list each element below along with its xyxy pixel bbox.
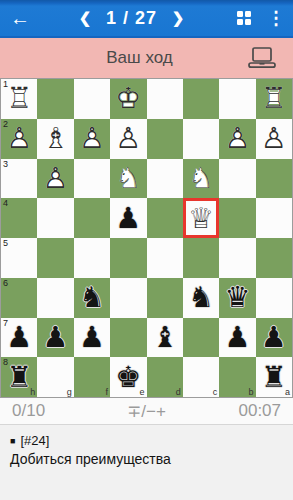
square-e8[interactable]: e♚ — [110, 357, 146, 397]
piece-bN: ♞ — [183, 278, 219, 318]
square-g7[interactable]: ♟ — [37, 318, 73, 358]
square-e6[interactable] — [110, 278, 146, 318]
square-a6[interactable] — [256, 278, 292, 318]
square-g3[interactable]: ♟♙ — [37, 159, 73, 199]
square-b8[interactable]: b — [219, 357, 255, 397]
piece-wP: ♟♙ — [256, 119, 292, 159]
square-g4[interactable] — [37, 198, 73, 238]
piece-bP: ♟ — [256, 318, 292, 358]
square-a3[interactable] — [256, 159, 292, 199]
square-c7[interactable] — [183, 318, 219, 358]
square-b1[interactable] — [219, 79, 255, 119]
piece-bP: ♟ — [110, 198, 146, 238]
back-arrow-icon[interactable]: ← — [0, 0, 40, 36]
square-e1[interactable]: ♚♔ — [110, 79, 146, 119]
square-f1[interactable] — [74, 79, 110, 119]
square-b3[interactable] — [219, 159, 255, 199]
square-g6[interactable] — [37, 278, 73, 318]
piece-bN: ♞ — [74, 278, 110, 318]
file-label: d — [176, 387, 181, 397]
square-a8[interactable]: a♜ — [256, 357, 292, 397]
square-g8[interactable]: g — [37, 357, 73, 397]
puzzle-counter: 1 / 27 — [106, 8, 157, 29]
file-label: e — [139, 387, 144, 397]
rank-label: 3 — [3, 159, 8, 169]
square-d1[interactable] — [147, 79, 183, 119]
move-status-banner: Ваш ход — [0, 38, 293, 78]
piece-wP: ♟♙ — [37, 159, 73, 199]
piece-wP: ♟♙ — [219, 119, 255, 159]
square-h2[interactable]: 2♟♙ — [1, 119, 37, 159]
piece-bP: ♟ — [74, 318, 110, 358]
piece-wN: ♞♘ — [110, 159, 146, 199]
laptop-icon — [247, 46, 277, 70]
piece-bB: ♝ — [147, 318, 183, 358]
square-a7[interactable]: ♟ — [256, 318, 292, 358]
rank-label: 2 — [3, 119, 8, 129]
square-f2[interactable]: ♟♙ — [74, 119, 110, 159]
square-g1[interactable] — [37, 79, 73, 119]
evaluation-goal: ∓/−+ — [102, 401, 192, 422]
square-e4[interactable]: ♟ — [110, 198, 146, 238]
rank-label: 1 — [3, 79, 8, 89]
square-a2[interactable]: ♟♙ — [256, 119, 292, 159]
square-b4[interactable] — [219, 198, 255, 238]
file-label: g — [67, 387, 72, 397]
chess-board: 1♜♖♚♔♜♖2♟♙♝♗♟♙♟♙♟♙♟♙3♟♙♞♘♞♘4♟♛♕56♞♞♛7♟♟♟… — [0, 78, 293, 398]
square-f6[interactable]: ♞ — [74, 278, 110, 318]
square-g2[interactable]: ♝♗ — [37, 119, 73, 159]
piece-wQ: ♛♕ — [183, 198, 219, 238]
square-h3[interactable]: 3 — [1, 159, 37, 199]
bullet-icon: ■ — [10, 436, 15, 446]
piece-wB: ♝♗ — [37, 119, 73, 159]
square-h6[interactable]: 6 — [1, 278, 37, 318]
rank-label: 4 — [3, 198, 8, 208]
square-b7[interactable]: ♟ — [219, 318, 255, 358]
square-c4[interactable]: ♛♕ — [183, 198, 219, 238]
rank-label: 6 — [3, 278, 8, 288]
exercise-info: ■ [#24] Добиться преимущества — [0, 425, 293, 500]
piece-wP: ♟♙ — [110, 119, 146, 159]
square-d3[interactable] — [147, 159, 183, 199]
square-g5[interactable] — [37, 238, 73, 278]
piece-wN: ♞♘ — [183, 159, 219, 199]
square-c1[interactable] — [183, 79, 219, 119]
square-e5[interactable] — [110, 238, 146, 278]
square-d2[interactable] — [147, 119, 183, 159]
square-d8[interactable]: d — [147, 357, 183, 397]
square-c2[interactable] — [183, 119, 219, 159]
square-h4[interactable]: 4 — [1, 198, 37, 238]
prev-puzzle-button[interactable]: ❮ — [74, 3, 96, 33]
square-c6[interactable]: ♞ — [183, 278, 219, 318]
computer-opponent-button[interactable] — [245, 44, 279, 72]
square-h1[interactable]: 1♜♖ — [1, 79, 37, 119]
square-a4[interactable] — [256, 198, 292, 238]
square-d4[interactable] — [147, 198, 183, 238]
square-e7[interactable] — [110, 318, 146, 358]
square-h7[interactable]: 7♟ — [1, 318, 37, 358]
next-puzzle-button[interactable]: ❯ — [167, 3, 189, 33]
square-f3[interactable] — [74, 159, 110, 199]
piece-wP: ♟♙ — [74, 119, 110, 159]
file-label: c — [213, 387, 218, 397]
exercise-task: Добиться преимущества — [10, 451, 283, 467]
exercise-id: [#24] — [20, 433, 49, 448]
square-c3[interactable]: ♞♘ — [183, 159, 219, 199]
square-b2[interactable]: ♟♙ — [219, 119, 255, 159]
square-d5[interactable] — [147, 238, 183, 278]
rank-label: 5 — [3, 238, 8, 248]
square-d7[interactable]: ♝ — [147, 318, 183, 358]
timer: 00:07 — [191, 401, 281, 421]
top-toolbar: ← ❮ 1 / 27 ❯ ⋮ — [0, 0, 293, 38]
square-e3[interactable]: ♞♘ — [110, 159, 146, 199]
piece-wR: ♜♖ — [256, 79, 292, 119]
file-label: b — [249, 387, 254, 397]
square-c5[interactable] — [183, 238, 219, 278]
square-c8[interactable]: c — [183, 357, 219, 397]
square-f4[interactable] — [74, 198, 110, 238]
rank-label: 8 — [3, 357, 8, 367]
move-status-text: Ваш ход — [0, 48, 245, 68]
file-label: a — [285, 387, 290, 397]
overflow-menu-button[interactable]: ⋮ — [261, 1, 291, 35]
square-a1[interactable]: ♜♖ — [256, 79, 292, 119]
square-f8[interactable]: f — [74, 357, 110, 397]
grid-view-button[interactable] — [227, 1, 261, 35]
square-b5[interactable] — [219, 238, 255, 278]
square-e2[interactable]: ♟♙ — [110, 119, 146, 159]
score-indicator: 0/10 — [12, 401, 102, 421]
exercise-id-line: ■ [#24] — [10, 433, 283, 448]
square-h5[interactable]: 5 — [1, 238, 37, 278]
rank-label: 7 — [3, 318, 8, 328]
square-h8[interactable]: 8h♜ — [1, 357, 37, 397]
square-f7[interactable]: ♟ — [74, 318, 110, 358]
piece-bP: ♟ — [37, 318, 73, 358]
file-label: h — [30, 387, 35, 397]
piece-wK: ♚♔ — [110, 79, 146, 119]
grid-view-icon — [237, 11, 252, 26]
square-a5[interactable] — [256, 238, 292, 278]
bottom-status-bar: 0/10 ∓/−+ 00:07 — [0, 398, 293, 425]
file-label: f — [106, 387, 109, 397]
puzzle-navigation: ❮ 1 / 27 ❯ — [74, 3, 189, 33]
piece-bQ: ♛ — [219, 278, 255, 318]
square-f5[interactable] — [74, 238, 110, 278]
square-b6[interactable]: ♛ — [219, 278, 255, 318]
piece-bP: ♟ — [219, 318, 255, 358]
square-d6[interactable] — [147, 278, 183, 318]
